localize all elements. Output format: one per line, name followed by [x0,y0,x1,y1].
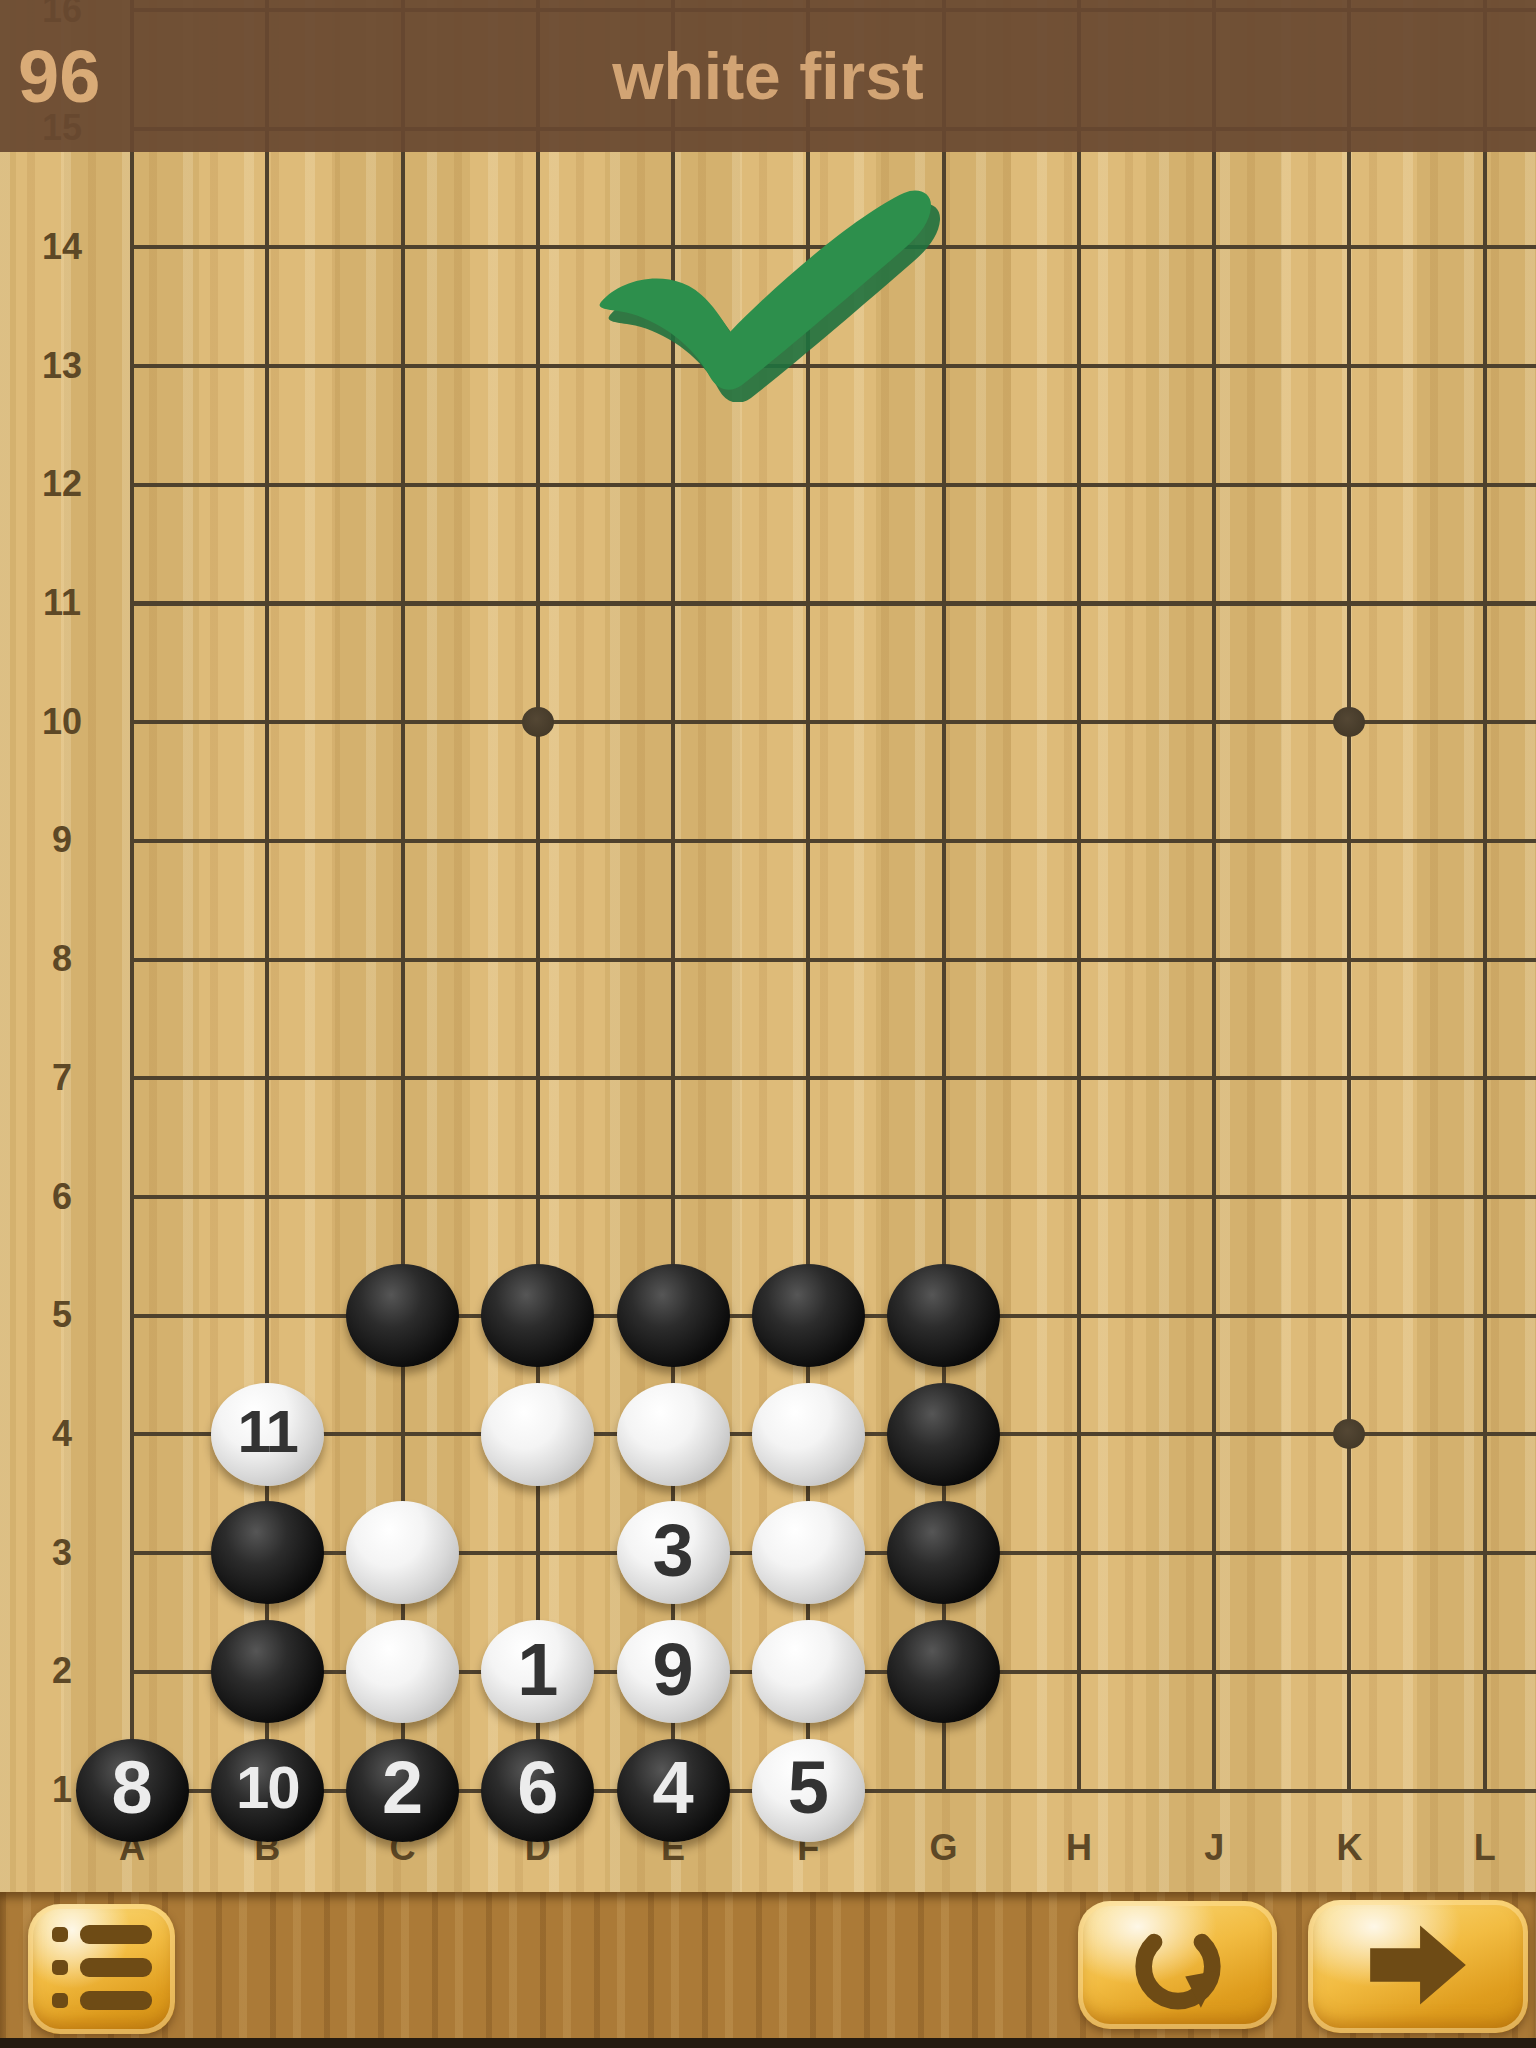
black-stone-F5 [752,1264,865,1367]
black-stone-G3 [887,1501,1000,1604]
black-stone-B3 [211,1501,324,1604]
black-stone-C1: 2 [346,1739,459,1842]
black-stone-A1: 8 [76,1739,189,1842]
white-stone-C3 [346,1501,459,1604]
white-stone-C2 [346,1620,459,1723]
move-number: 5 [788,1751,829,1825]
white-stone-D2: 1 [481,1620,594,1723]
black-stone-B2 [211,1620,324,1723]
move-number: 10 [236,1758,299,1818]
white-stone-F3 [752,1501,865,1604]
move-number: 6 [517,1751,558,1825]
black-stone-B1: 10 [211,1739,324,1842]
move-number: 1 [517,1633,558,1707]
white-stone-F4 [752,1383,865,1486]
puzzle-title: white first [612,38,924,114]
white-stone-E3: 3 [617,1501,730,1604]
move-number: 11 [238,1402,297,1462]
next-button[interactable] [1308,1900,1528,2033]
list-icon [50,1925,154,2014]
header-bar: 96 white first [0,0,1536,152]
white-stone-F1: 5 [752,1739,865,1842]
black-stone-G4 [887,1383,1000,1486]
white-stone-F2 [752,1620,865,1723]
move-number: 9 [653,1633,694,1707]
toolbar [0,1892,1536,2048]
app-screen: 16151413121110987654321 ABCDEFGHJKL 1131… [0,0,1536,2048]
move-number: 2 [382,1751,423,1825]
rotate-icon [1126,1912,1230,2019]
white-stone-D4 [481,1383,594,1486]
black-stone-C5 [346,1264,459,1367]
black-stone-D5 [481,1264,594,1367]
arrow-right-icon [1358,1913,1478,2020]
checkmark-icon [598,186,942,402]
move-number: 8 [111,1751,152,1825]
retry-button[interactable] [1078,1901,1277,2029]
black-stone-G2 [887,1620,1000,1723]
black-stone-E5 [617,1264,730,1367]
white-stone-E2: 9 [617,1620,730,1723]
move-number: 3 [653,1514,694,1588]
black-stone-D1: 6 [481,1739,594,1842]
black-stone-E1: 4 [617,1739,730,1842]
problem-number: 96 [18,0,100,152]
white-stone-E4 [617,1383,730,1486]
black-stone-G5 [887,1264,1000,1367]
move-number: 4 [653,1751,694,1825]
goban-board[interactable]: 16151413121110987654321 ABCDEFGHJKL 1131… [0,0,1536,1892]
screen-bottom-edge [0,2038,1536,2048]
white-stone-B4: 11 [211,1383,324,1486]
menu-button[interactable] [28,1904,175,2034]
